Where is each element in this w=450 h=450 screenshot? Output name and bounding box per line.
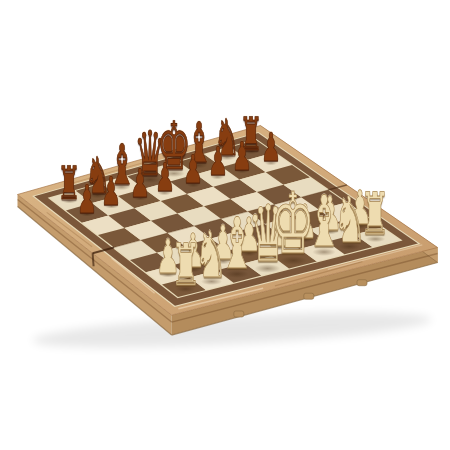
foot — [357, 280, 367, 286]
chess-set-photo: ♜♞♝♛♚♝♞♜♟♟♟♟♟♟♟♟♟♟♟♟♟♟♟♟♜♞♝♛♚♝♞♜ — [0, 0, 450, 450]
chess-board — [0, 0, 450, 450]
clasp — [304, 293, 314, 299]
foot — [234, 311, 244, 317]
